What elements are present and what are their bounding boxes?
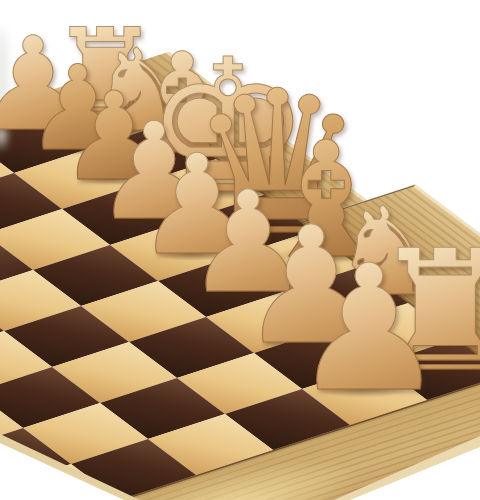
chess-set-photo: ♜♟♞♟♝♟♚♟♛♟♝♟♞♟♜♟ — [0, 0, 480, 500]
piece-white-pawn-a2[interactable]: ♟ — [282, 242, 456, 416]
